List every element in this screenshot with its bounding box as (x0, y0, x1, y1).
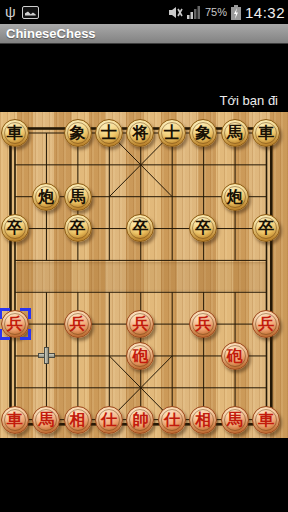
message-strip: Tới bạn đi (0, 44, 288, 112)
piece-black-advisor[interactable]: 士 (95, 119, 123, 147)
battery-charging-icon (231, 5, 241, 20)
mute-icon (168, 6, 183, 19)
piece-red-soldier[interactable]: 兵 (126, 310, 154, 338)
piece-red-soldier[interactable]: 兵 (252, 310, 280, 338)
piece-red-soldier[interactable]: 兵 (64, 310, 92, 338)
piece-red-soldier[interactable]: 兵 (1, 310, 29, 338)
app-title: ChineseChess (0, 26, 96, 41)
piece-red-horse[interactable]: 馬 (221, 406, 249, 434)
clock: 14:32 (245, 4, 285, 21)
pieces-layer: 車象士将士象馬車炮馬炮卒卒卒卒卒兵兵兵兵兵砲砲車馬相仕帥仕相馬車 (0, 117, 282, 435)
piece-red-advisor[interactable]: 仕 (95, 406, 123, 434)
signal-icon (187, 6, 201, 19)
piece-black-soldier[interactable]: 卒 (64, 214, 92, 242)
piece-red-horse[interactable]: 馬 (32, 406, 60, 434)
bottom-black-area (0, 438, 288, 512)
piece-red-advisor[interactable]: 仕 (158, 406, 186, 434)
title-bar: ChineseChess (0, 24, 288, 44)
piece-red-general[interactable]: 帥 (126, 406, 154, 434)
xiangqi-board[interactable]: 車象士将士象馬車炮馬炮卒卒卒卒卒兵兵兵兵兵砲砲車馬相仕帥仕相馬車 (0, 112, 288, 438)
status-bar: ψ 75% 14:32 (0, 0, 288, 24)
piece-red-cannon[interactable]: 砲 (126, 342, 154, 370)
piece-red-chariot[interactable]: 車 (252, 406, 280, 434)
piece-red-soldier[interactable]: 兵 (189, 310, 217, 338)
piece-black-chariot[interactable]: 車 (252, 119, 280, 147)
piece-black-soldier[interactable]: 卒 (189, 214, 217, 242)
screenshot-icon (22, 6, 39, 19)
piece-black-advisor[interactable]: 士 (158, 119, 186, 147)
piece-red-cannon[interactable]: 砲 (221, 342, 249, 370)
piece-black-elephant[interactable]: 象 (64, 119, 92, 147)
piece-red-chariot[interactable]: 車 (1, 406, 29, 434)
battery-percent: 75% (205, 6, 227, 18)
piece-black-horse[interactable]: 馬 (64, 183, 92, 211)
piece-black-horse[interactable]: 馬 (221, 119, 249, 147)
piece-black-cannon[interactable]: 炮 (221, 183, 249, 211)
turn-message: Tới bạn đi (220, 93, 278, 108)
piece-black-soldier[interactable]: 卒 (252, 214, 280, 242)
piece-black-chariot[interactable]: 車 (1, 119, 29, 147)
piece-black-soldier[interactable]: 卒 (1, 214, 29, 242)
piece-black-general[interactable]: 将 (126, 119, 154, 147)
last-move-marker (38, 347, 55, 364)
piece-black-elephant[interactable]: 象 (189, 119, 217, 147)
piece-black-soldier[interactable]: 卒 (126, 214, 154, 242)
piece-black-cannon[interactable]: 炮 (32, 183, 60, 211)
usb-icon: ψ (5, 0, 16, 24)
piece-red-elephant[interactable]: 相 (64, 406, 92, 434)
piece-red-elephant[interactable]: 相 (189, 406, 217, 434)
